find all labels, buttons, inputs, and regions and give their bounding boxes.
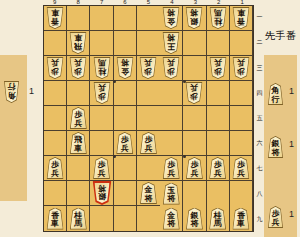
piece-face: 歩兵 [163, 58, 180, 78]
square-2-2[interactable] [207, 31, 230, 56]
square-2-8[interactable] [207, 181, 230, 206]
square-5-2[interactable] [137, 31, 160, 56]
piece-gote-pawn[interactable]: 歩兵 [208, 57, 227, 79]
piece-face: 桂馬 [209, 8, 226, 28]
piece-face: 飛車 [70, 133, 87, 153]
square-3-5[interactable] [183, 106, 206, 131]
piece-face: 歩兵 [93, 83, 110, 103]
rank-labels: 一二三四五六七八九 [255, 5, 264, 232]
square-4-3[interactable]: 歩兵 [160, 56, 183, 81]
piece-face: 歩兵 [232, 158, 249, 178]
piece-face: 王将 [163, 33, 180, 53]
square-6-1[interactable] [114, 6, 137, 31]
shogi-viewer: 987654321 一二三四五六七八九 香車金将銀将桂馬香車飛車王将歩兵歩兵桂馬… [0, 0, 300, 237]
piece-gote-pawn[interactable]: 歩兵 [69, 57, 88, 79]
piece-face: 歩兵 [70, 108, 87, 128]
square-6-2[interactable] [114, 31, 137, 56]
square-3-3[interactable] [183, 56, 206, 81]
piece-sente-rook[interactable]: 飛車 [69, 132, 88, 154]
square-2-4[interactable] [207, 81, 230, 106]
square-2-5[interactable] [207, 106, 230, 131]
piece-face: 歩兵 [140, 133, 157, 153]
square-6-9[interactable] [114, 206, 137, 231]
square-9-8[interactable] [44, 181, 67, 206]
square-2-1[interactable]: 桂馬 [207, 6, 230, 31]
rank-label: 一 [255, 5, 264, 30]
piece-sente-pawn[interactable]: 歩兵 [162, 157, 181, 179]
piece-face: 銀将 [93, 183, 110, 203]
piece-face: 歩兵 [186, 158, 203, 178]
piece-gote-king[interactable]: 王将 [162, 32, 181, 54]
piece-face: 歩兵 [209, 158, 226, 178]
piece-sente-pawn[interactable]: 歩兵 [92, 157, 111, 179]
piece-sente-gold[interactable]: 金将 [139, 182, 158, 204]
square-7-9[interactable] [90, 206, 113, 231]
square-1-2[interactable] [230, 31, 253, 56]
square-7-3[interactable]: 桂馬 [90, 56, 113, 81]
square-5-3[interactable]: 歩兵 [137, 56, 160, 81]
piece-gote-lance[interactable]: 香車 [46, 7, 65, 29]
piece-face: 歩兵 [163, 158, 180, 178]
rank-label: 九 [255, 207, 264, 232]
square-1-3[interactable]: 歩兵 [230, 56, 253, 81]
square-7-8[interactable]: 銀将 [90, 181, 113, 206]
piece-face: 銀将 [186, 208, 203, 228]
square-3-7[interactable]: 歩兵 [183, 156, 206, 181]
square-9-9[interactable]: 香車 [44, 206, 67, 231]
square-8-7[interactable] [67, 156, 90, 181]
piece-face: 玉将 [163, 183, 180, 203]
piece-gote-pawn[interactable]: 歩兵 [139, 57, 158, 79]
square-7-6[interactable] [90, 131, 113, 156]
square-5-7[interactable] [137, 156, 160, 181]
square-2-6[interactable] [207, 131, 230, 156]
piece-face: 歩兵 [116, 133, 133, 153]
square-1-1[interactable]: 香車 [230, 6, 253, 31]
piece-sente-gold[interactable]: 金将 [162, 208, 181, 230]
piece-gote-gold[interactable]: 金将 [115, 57, 134, 79]
square-8-5[interactable]: 歩兵 [67, 106, 90, 131]
square-3-2[interactable] [183, 31, 206, 56]
piece-face: 金将 [163, 8, 180, 28]
piece-face: 香車 [232, 8, 249, 28]
square-9-4[interactable] [44, 81, 67, 106]
piece-face: 香車 [46, 208, 63, 228]
square-1-7[interactable]: 歩兵 [230, 156, 253, 181]
square-7-5[interactable] [90, 106, 113, 131]
square-2-3[interactable]: 歩兵 [207, 56, 230, 81]
square-2-7[interactable]: 歩兵 [207, 156, 230, 181]
piece-gote-pawn[interactable]: 歩兵 [185, 82, 204, 104]
square-4-4[interactable] [160, 81, 183, 106]
turn-indicator: 先手番 [265, 29, 297, 43]
star-point [183, 80, 186, 83]
piece-gote-gold[interactable]: 金将 [162, 7, 181, 29]
square-4-9[interactable]: 金将 [160, 206, 183, 231]
piece-face: 桂馬 [209, 208, 226, 228]
rank-label: 二 [255, 30, 264, 55]
shogi-board: 香車金将銀将桂馬香車飛車王将歩兵歩兵桂馬金将歩兵歩兵歩兵歩兵歩兵歩兵歩兵飛車歩兵… [43, 5, 254, 232]
square-4-2[interactable]: 王将 [160, 31, 183, 56]
piece-gote-silver[interactable]: 銀将 [91, 181, 112, 205]
piece-gote-pawn[interactable]: 歩兵 [231, 57, 250, 79]
piece-face: 歩兵 [232, 58, 249, 78]
piece-face: 金将 [163, 208, 180, 228]
square-7-7[interactable]: 歩兵 [90, 156, 113, 181]
square-7-2[interactable] [90, 31, 113, 56]
gote-hand-tray [0, 55, 27, 201]
square-8-4[interactable] [67, 81, 90, 106]
square-1-5[interactable] [230, 106, 253, 131]
square-3-1[interactable]: 銀将 [183, 6, 206, 31]
square-4-6[interactable] [160, 131, 183, 156]
square-5-6[interactable]: 歩兵 [137, 131, 160, 156]
square-1-8[interactable] [230, 181, 253, 206]
piece-sente-lance[interactable]: 香車 [46, 208, 65, 230]
square-1-4[interactable] [230, 81, 253, 106]
piece-sente-pawn[interactable]: 歩兵 [139, 132, 158, 154]
piece-gote-pawn[interactable]: 歩兵 [92, 82, 111, 104]
square-8-6[interactable]: 飛車 [67, 131, 90, 156]
piece-face: 飛車 [70, 33, 87, 53]
square-8-2[interactable]: 飛車 [67, 31, 90, 56]
star-point [183, 155, 186, 158]
square-8-9[interactable]: 桂馬 [67, 206, 90, 231]
square-6-4[interactable] [114, 81, 137, 106]
piece-face: 歩兵 [140, 58, 157, 78]
square-7-1[interactable] [90, 6, 113, 31]
piece-face: 銀将 [186, 8, 203, 28]
rank-label: 六 [255, 131, 264, 156]
star-point [113, 155, 116, 158]
rank-label: 八 [255, 182, 264, 207]
piece-sente-knight[interactable]: 桂馬 [69, 208, 88, 230]
square-7-4[interactable]: 歩兵 [90, 81, 113, 106]
hand-piece-count: 1 [289, 139, 294, 149]
square-6-6[interactable]: 歩兵 [114, 131, 137, 156]
square-3-6[interactable] [183, 131, 206, 156]
square-5-4[interactable] [137, 81, 160, 106]
square-3-4[interactable]: 歩兵 [183, 81, 206, 106]
square-9-5[interactable] [44, 106, 67, 131]
piece-face: 香車 [232, 208, 249, 228]
square-5-8[interactable]: 金将 [137, 181, 160, 206]
piece-gote-rook[interactable]: 飛車 [69, 32, 88, 54]
piece-face: 桂馬 [93, 58, 110, 78]
piece-sente-lance[interactable]: 香車 [231, 208, 250, 230]
piece-face: 歩兵 [46, 58, 63, 78]
piece-face: 香車 [46, 8, 63, 28]
piece-face: 金将 [116, 58, 133, 78]
square-5-5[interactable] [137, 106, 160, 131]
star-point [113, 80, 116, 83]
piece-face: 歩兵 [209, 58, 226, 78]
rank-label: 五 [255, 106, 264, 131]
piece-sente-king[interactable]: 玉将 [162, 183, 181, 205]
hand-piece-count: 1 [289, 86, 294, 96]
piece-sente-pawn[interactable]: 歩兵 [208, 157, 227, 179]
rank-label: 三 [255, 55, 264, 80]
square-2-9[interactable]: 桂馬 [207, 206, 230, 231]
square-6-5[interactable] [114, 106, 137, 131]
rank-label: 四 [255, 81, 264, 106]
piece-gote-knight[interactable]: 桂馬 [92, 57, 111, 79]
square-6-3[interactable]: 金将 [114, 56, 137, 81]
piece-face: 歩兵 [70, 58, 87, 78]
piece-sente-knight[interactable]: 桂馬 [208, 208, 227, 230]
square-8-8[interactable] [67, 181, 90, 206]
square-1-9[interactable]: 香車 [230, 206, 253, 231]
piece-sente-pawn[interactable]: 歩兵 [185, 157, 204, 179]
square-6-7[interactable] [114, 156, 137, 181]
square-4-5[interactable] [160, 106, 183, 131]
square-4-8[interactable]: 玉将 [160, 181, 183, 206]
square-9-7[interactable]: 歩兵 [44, 156, 67, 181]
piece-sente-pawn[interactable]: 歩兵 [69, 107, 88, 129]
square-5-9[interactable] [137, 206, 160, 231]
piece-gote-silver[interactable]: 銀将 [185, 7, 204, 29]
hand-piece-count: 1 [289, 209, 294, 219]
piece-gote-knight[interactable]: 桂馬 [208, 7, 227, 29]
piece-gote-pawn[interactable]: 歩兵 [162, 57, 181, 79]
square-9-1[interactable]: 香車 [44, 6, 67, 31]
square-4-1[interactable]: 金将 [160, 6, 183, 31]
square-3-8[interactable] [183, 181, 206, 206]
square-8-1[interactable] [67, 6, 90, 31]
piece-sente-silver[interactable]: 銀将 [185, 208, 204, 230]
square-8-3[interactable]: 歩兵 [67, 56, 90, 81]
square-6-8[interactable] [114, 181, 137, 206]
piece-sente-pawn[interactable]: 歩兵 [231, 157, 250, 179]
square-9-2[interactable] [44, 31, 67, 56]
piece-sente-pawn[interactable]: 歩兵 [46, 157, 65, 179]
piece-face: 桂馬 [70, 208, 87, 228]
piece-face: 歩兵 [186, 83, 203, 103]
square-9-6[interactable] [44, 131, 67, 156]
square-1-6[interactable] [230, 131, 253, 156]
square-3-9[interactable]: 銀将 [183, 206, 206, 231]
piece-gote-lance[interactable]: 香車 [231, 7, 250, 29]
piece-face: 金将 [140, 183, 157, 203]
piece-face: 歩兵 [93, 158, 110, 178]
piece-face: 歩兵 [46, 158, 63, 178]
rank-label: 七 [255, 156, 264, 181]
piece-sente-pawn[interactable]: 歩兵 [115, 132, 134, 154]
square-9-3[interactable]: 歩兵 [44, 56, 67, 81]
piece-gote-pawn[interactable]: 歩兵 [46, 57, 65, 79]
square-4-7[interactable]: 歩兵 [160, 156, 183, 181]
square-5-1[interactable] [137, 6, 160, 31]
hand-piece-count: 1 [29, 86, 34, 96]
